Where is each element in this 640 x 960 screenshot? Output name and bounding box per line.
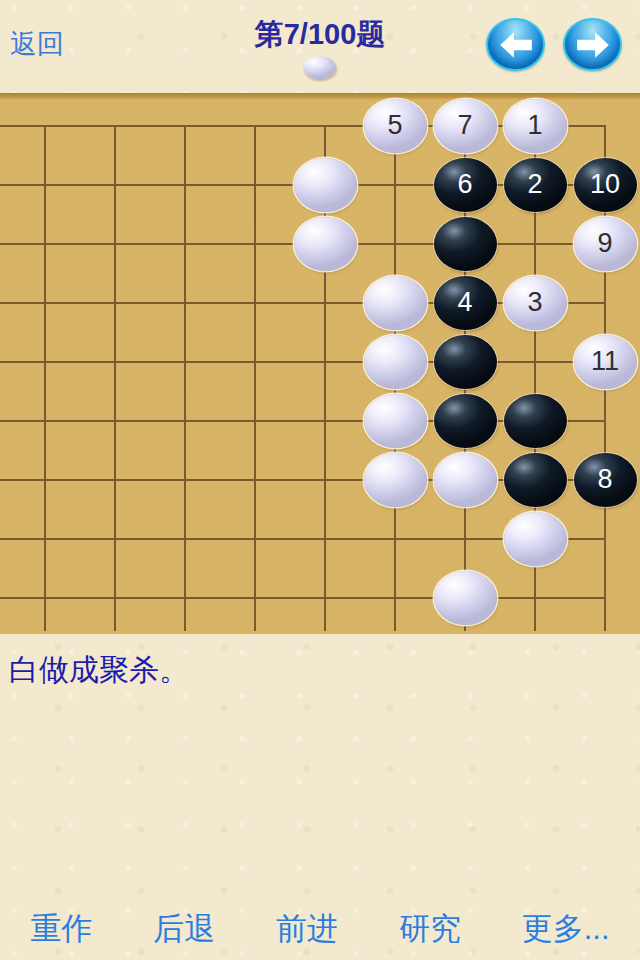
black-stone: 4 [434,276,497,330]
move-number: 10 [590,171,620,198]
board-intersection[interactable] [360,155,430,214]
board-intersection[interactable] [220,96,290,155]
board-intersection[interactable]: 1 [500,96,570,155]
board-intersection[interactable] [360,391,430,450]
board-intersection[interactable] [360,273,430,332]
board-intersection[interactable] [220,450,290,509]
board-intersection[interactable] [220,509,290,568]
board-intersection[interactable] [10,273,80,332]
board-intersection[interactable] [290,509,360,568]
move-number: 5 [387,112,402,139]
black-stone: 8 [574,453,637,507]
black-stone: 10 [574,158,637,212]
board-intersection[interactable]: 3 [500,273,570,332]
board-intersection[interactable]: 6 [430,155,500,214]
top-bar: 返回 第7/100题 [0,0,640,93]
board-intersection[interactable] [150,332,220,391]
board-intersection[interactable] [80,273,150,332]
board-intersection[interactable] [500,568,570,627]
board-intersection[interactable] [290,273,360,332]
black-stone [504,453,567,507]
board-intersection[interactable] [290,96,360,155]
toolbar-item-redo[interactable]: 重作 [30,908,92,950]
board-intersection[interactable] [80,450,150,509]
board-intersection[interactable] [570,96,640,155]
white-stone [364,453,427,507]
board-intersection[interactable] [290,155,360,214]
board-intersection[interactable] [430,391,500,450]
board-intersection[interactable] [10,450,80,509]
black-stone [504,394,567,448]
board-intersection[interactable]: 11 [570,332,640,391]
board-intersection[interactable] [570,509,640,568]
board-intersection[interactable] [360,509,430,568]
white-stone: 9 [574,217,637,271]
board-intersection[interactable] [150,155,220,214]
board-intersection[interactable] [150,273,220,332]
board-intersection[interactable] [500,332,570,391]
board-intersection[interactable] [80,332,150,391]
black-stone [434,394,497,448]
board-intersection[interactable] [430,332,500,391]
black-stone: 6 [434,158,497,212]
toolbar-item-study[interactable]: 研究 [399,908,461,950]
white-stone [294,158,357,212]
white-stone [504,512,567,566]
board-intersection[interactable] [290,391,360,450]
board-intersection[interactable] [360,450,430,509]
white-stone: 3 [504,276,567,330]
move-number: 8 [597,466,612,493]
board-intersection[interactable] [220,155,290,214]
white-stone [364,276,427,330]
board-intersection[interactable] [570,391,640,450]
board-intersection[interactable] [10,568,80,627]
white-stone: 7 [434,99,497,153]
move-number: 2 [527,171,542,198]
back-button[interactable]: 返回 [10,26,64,62]
board-intersection[interactable]: 9 [570,214,640,273]
board-intersection[interactable]: 5 [360,96,430,155]
board-intersection[interactable] [150,96,220,155]
arrow-left-icon [497,29,535,61]
board-cells: 5716210943118 [10,96,640,627]
board-intersection[interactable] [500,391,570,450]
board-intersection[interactable] [290,214,360,273]
board-intersection[interactable] [80,391,150,450]
board-intersection[interactable] [570,568,640,627]
board-intersection[interactable] [220,332,290,391]
toolbar-item-forward[interactable]: 前进 [276,908,338,950]
next-problem-button[interactable] [563,18,622,71]
board-intersection[interactable] [10,509,80,568]
board-intersection[interactable] [360,214,430,273]
page-title: 第7/100题 [120,15,520,55]
move-number: 6 [457,171,472,198]
move-number: 7 [457,112,472,139]
white-stone: 11 [574,335,637,389]
prev-problem-button[interactable] [486,18,545,71]
board-intersection[interactable] [10,391,80,450]
move-number: 11 [591,348,619,375]
board-intersection[interactable] [150,450,220,509]
move-number: 3 [527,289,542,316]
problem-hint-text: 白做成聚杀。 [9,650,189,691]
black-stone [434,335,497,389]
toolbar-item-more[interactable]: 更多... [522,908,610,950]
white-stone [364,394,427,448]
board-intersection[interactable]: 4 [430,273,500,332]
board-intersection[interactable] [220,568,290,627]
black-stone [434,217,497,271]
move-number: 4 [457,289,472,316]
board-intersection[interactable] [10,332,80,391]
board-intersection[interactable]: 8 [570,450,640,509]
app-screen: 返回 第7/100题 5716210943118 白做成聚杀。 重作 后退 前进… [0,0,640,960]
to-move-indicator-stone [303,56,336,79]
board-intersection[interactable] [290,332,360,391]
board-intersection[interactable] [10,214,80,273]
board-intersection[interactable] [150,214,220,273]
move-number: 1 [527,112,542,139]
board-intersection[interactable]: 10 [570,155,640,214]
white-stone [434,571,497,625]
go-board: 5716210943118 [0,93,640,634]
board-intersection[interactable] [10,155,80,214]
board-intersection[interactable] [220,273,290,332]
board-intersection[interactable] [430,450,500,509]
board-intersection[interactable] [430,214,500,273]
white-stone: 5 [364,99,427,153]
board-intersection[interactable]: 7 [430,96,500,155]
board-intersection[interactable] [150,509,220,568]
board-intersection[interactable] [80,509,150,568]
board-intersection[interactable] [570,273,640,332]
bottom-toolbar: 重作 后退 前进 研究 更多... [0,903,640,955]
white-stone [434,453,497,507]
black-stone: 2 [504,158,567,212]
board-intersection[interactable]: 2 [500,155,570,214]
white-stone [364,335,427,389]
toolbar-item-back[interactable]: 后退 [153,908,215,950]
board-intersection[interactable] [150,568,220,627]
board-intersection[interactable] [80,568,150,627]
board-intersection[interactable] [80,214,150,273]
board-intersection[interactable] [80,96,150,155]
move-number: 9 [597,230,612,257]
board-intersection[interactable] [500,450,570,509]
board-intersection[interactable] [150,391,220,450]
board-intersection[interactable] [500,509,570,568]
board-intersection[interactable] [430,568,500,627]
board-intersection[interactable] [430,509,500,568]
board-intersection[interactable] [80,155,150,214]
white-stone [294,217,357,271]
board-intersection[interactable] [290,450,360,509]
white-stone: 1 [504,99,567,153]
board-intersection[interactable] [500,214,570,273]
board-intersection[interactable] [360,332,430,391]
board-intersection[interactable] [10,96,80,155]
board-intersection[interactable] [360,568,430,627]
arrow-right-icon [574,29,612,61]
board-intersection[interactable] [220,214,290,273]
board-intersection[interactable] [220,391,290,450]
board-intersection[interactable] [290,568,360,627]
